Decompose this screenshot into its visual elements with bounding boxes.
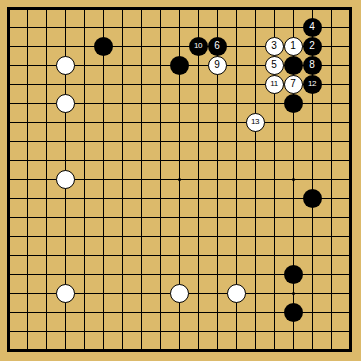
move-number: 8	[309, 60, 315, 70]
black-stone: 10	[189, 37, 208, 56]
move-number: 13	[251, 118, 259, 126]
move-number: 6	[214, 41, 220, 51]
white-stone	[227, 284, 246, 303]
move-number: 3	[271, 41, 277, 51]
move-number: 5	[271, 60, 277, 70]
black-stone	[284, 303, 303, 322]
white-stone: 9	[208, 56, 227, 75]
black-stone	[303, 189, 322, 208]
board-grid[interactable]: 12345678910111213	[0, 0, 360, 360]
move-number: 1	[290, 41, 296, 51]
black-stone	[284, 265, 303, 284]
black-stone: 2	[303, 37, 322, 56]
white-stone: 7	[284, 75, 303, 94]
black-stone: 8	[303, 56, 322, 75]
white-stone: 3	[265, 37, 284, 56]
move-number: 10	[194, 42, 202, 50]
white-stone	[56, 56, 75, 75]
white-stone	[56, 284, 75, 303]
move-number: 9	[214, 60, 220, 70]
move-number: 7	[290, 79, 296, 89]
move-number: 2	[309, 41, 315, 51]
move-number: 4	[309, 22, 315, 32]
black-stone: 4	[303, 18, 322, 37]
move-number: 11	[270, 80, 278, 88]
white-stone	[56, 94, 75, 113]
white-stone: 1	[284, 37, 303, 56]
white-stone: 5	[265, 56, 284, 75]
white-stone	[56, 170, 75, 189]
black-stone	[284, 94, 303, 113]
star-point	[292, 292, 295, 295]
white-stone: 13	[246, 113, 265, 132]
black-stone: 6	[208, 37, 227, 56]
go-board-diagram: 12345678910111213	[0, 0, 361, 361]
black-stone	[170, 56, 189, 75]
star-point	[292, 178, 295, 181]
white-stone: 11	[265, 75, 284, 94]
star-point	[178, 178, 181, 181]
move-number: 12	[308, 80, 316, 88]
white-stone	[170, 284, 189, 303]
black-stone	[94, 37, 113, 56]
black-stone: 12	[303, 75, 322, 94]
black-stone	[284, 56, 303, 75]
